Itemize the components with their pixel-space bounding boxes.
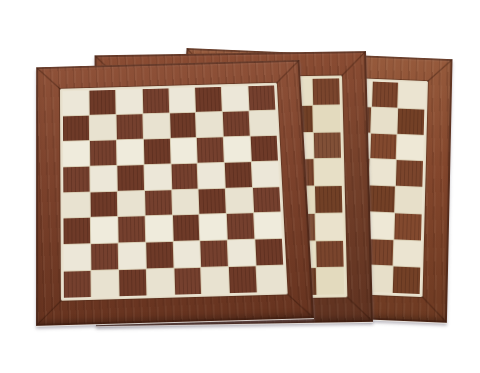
board-square (144, 139, 171, 164)
board-square (171, 163, 198, 189)
board-square (198, 163, 225, 189)
board-square (227, 214, 254, 240)
board-square (254, 213, 282, 239)
board-square (316, 240, 343, 267)
board-square (145, 216, 172, 242)
board-square (170, 113, 197, 138)
board-square (315, 159, 342, 186)
board-square (117, 165, 144, 191)
board-square (173, 215, 200, 241)
board-square (90, 140, 116, 165)
board-square (145, 190, 172, 216)
board-square (199, 188, 226, 214)
product-photo (0, 0, 480, 373)
board-square (170, 138, 197, 163)
chessboard-front (36, 60, 314, 326)
board-square (250, 110, 277, 135)
board-square (142, 88, 168, 113)
board-square (369, 159, 396, 185)
board-square (172, 189, 199, 215)
board-square (119, 270, 146, 297)
board-square (229, 266, 257, 293)
board-square (316, 213, 343, 240)
board-square (315, 186, 342, 213)
board-square (224, 136, 251, 161)
board-square (396, 160, 423, 186)
board-square (200, 214, 227, 240)
board-square (202, 267, 230, 294)
board-square (63, 116, 89, 141)
board-square (90, 191, 117, 217)
board-square (257, 266, 285, 293)
board-square (252, 161, 279, 187)
board-square (253, 187, 280, 213)
board-square (228, 240, 256, 266)
board-square (63, 218, 90, 244)
board-square (372, 82, 399, 108)
board-square (196, 112, 223, 137)
board-square (143, 113, 169, 138)
board-square (314, 132, 341, 158)
board-square (394, 240, 421, 267)
playing-area-front (60, 83, 288, 301)
board-square (63, 91, 89, 116)
board-square (251, 136, 278, 161)
board-square (64, 271, 91, 298)
board-square (371, 107, 398, 133)
board-square (368, 185, 395, 212)
board-square (195, 87, 222, 112)
board-square (146, 242, 173, 268)
squares-grid-front (63, 85, 285, 297)
board-square (393, 267, 420, 294)
board-square (313, 78, 340, 104)
board-square (317, 268, 344, 295)
board-square (91, 217, 118, 243)
board-square (118, 217, 145, 243)
board-square (370, 133, 397, 159)
board-square (397, 134, 424, 160)
board-square (90, 166, 116, 192)
board-square (222, 86, 249, 111)
board-square (118, 243, 145, 269)
board-square (201, 241, 228, 267)
board-square (226, 188, 253, 214)
board-square (91, 270, 118, 297)
board-square (116, 114, 142, 139)
board-square (64, 244, 91, 270)
board-square (173, 241, 200, 267)
board-square (146, 269, 173, 296)
board-square (91, 244, 118, 270)
board-square (116, 89, 142, 114)
board-square (255, 239, 283, 265)
board-square (395, 187, 422, 214)
board-square (90, 115, 116, 140)
board-square (367, 212, 394, 239)
board-square (63, 166, 89, 192)
board-square (225, 162, 252, 188)
board-square (249, 85, 276, 110)
board-square (89, 90, 115, 115)
board-square (313, 105, 340, 131)
board-square (398, 108, 425, 134)
board-square (197, 137, 224, 162)
board-square (223, 111, 250, 136)
board-square (395, 213, 422, 240)
board-square (144, 164, 171, 190)
board-square (118, 191, 145, 217)
board-square (169, 88, 195, 113)
board-square (63, 141, 89, 166)
board-square (117, 139, 143, 164)
board-square (174, 268, 201, 295)
board-square (398, 83, 425, 109)
board-square (63, 192, 89, 218)
